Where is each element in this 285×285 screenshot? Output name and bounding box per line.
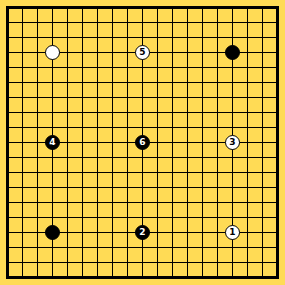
go-board: 546321 <box>0 0 285 285</box>
stone-move-number: 3 <box>229 138 235 147</box>
stone-Q10: 3 <box>225 135 240 150</box>
stone-Q4: 1 <box>225 225 240 240</box>
stones-grid: 546321 <box>0 0 285 285</box>
stone-D10: 4 <box>45 135 60 150</box>
stone-D4 <box>45 225 60 240</box>
stone-K10: 6 <box>135 135 150 150</box>
stone-K4: 2 <box>135 225 150 240</box>
stone-move-number: 1 <box>229 228 235 237</box>
stone-move-number: 5 <box>139 48 145 57</box>
stone-move-number: 4 <box>49 138 55 147</box>
stone-K16: 5 <box>135 45 150 60</box>
stone-move-number: 6 <box>139 138 145 147</box>
stone-D16 <box>45 45 60 60</box>
stone-move-number: 2 <box>139 228 145 237</box>
stone-Q16 <box>225 45 240 60</box>
